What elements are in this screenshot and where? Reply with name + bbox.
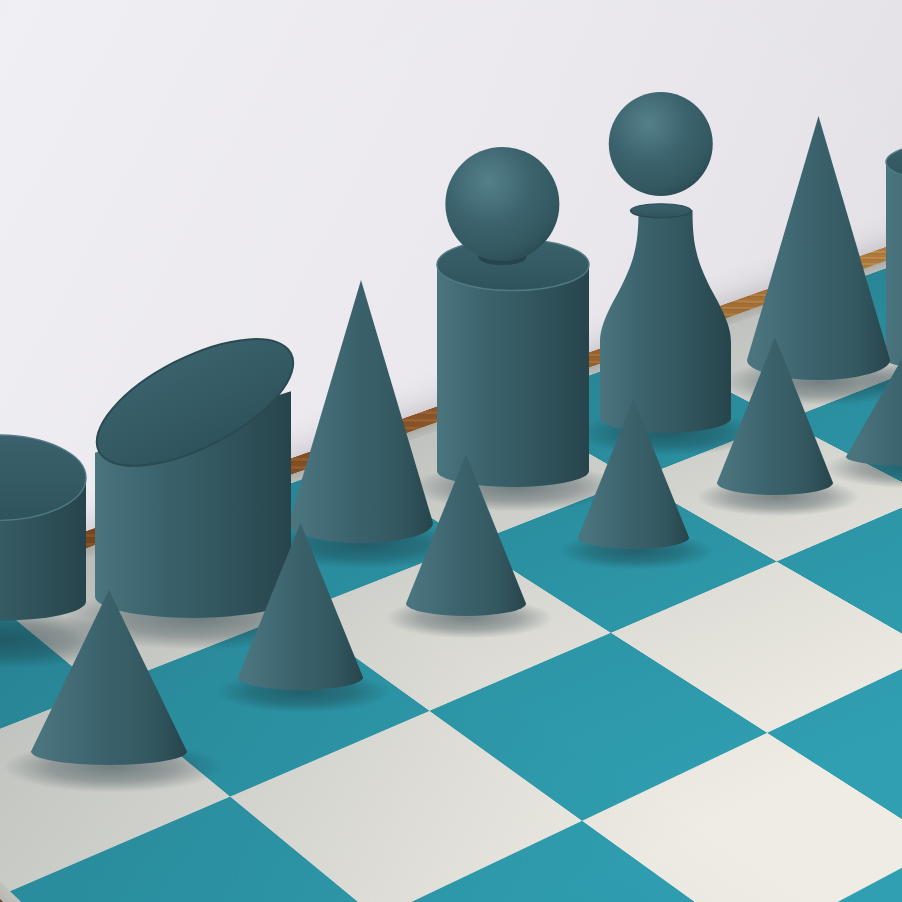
piece-king-e1[interactable] [598,90,733,433]
piece-queen-d1[interactable] [437,145,589,487]
piece-pawn-d2[interactable] [577,397,690,551]
piece-pawn-e2[interactable] [716,335,834,497]
chess-photo-scene [0,0,902,902]
piece-pawn-f2[interactable] [845,346,902,468]
piece-pawn-c2[interactable] [405,452,527,618]
piece-pawn-b2[interactable] [237,521,364,692]
piece-pawn-a2[interactable] [30,588,188,767]
pieces-layer [0,0,902,902]
